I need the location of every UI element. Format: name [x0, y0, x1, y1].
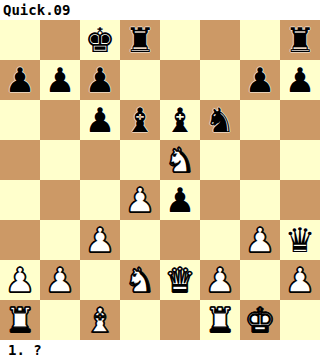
square-b4[interactable] [40, 180, 80, 220]
square-d1[interactable] [120, 300, 160, 340]
square-e3[interactable] [160, 220, 200, 260]
square-e8[interactable] [160, 20, 200, 60]
square-e7[interactable] [160, 60, 200, 100]
square-c6[interactable]: ♟ [80, 100, 120, 140]
piece-white-queen: ♛ [165, 260, 195, 300]
piece-black-rook: ♜ [125, 20, 155, 60]
piece-white-pawn: ♟ [125, 180, 155, 220]
square-a8[interactable] [0, 20, 40, 60]
square-d5[interactable] [120, 140, 160, 180]
square-c4[interactable] [80, 180, 120, 220]
square-h2[interactable]: ♟ [280, 260, 320, 300]
square-g6[interactable] [240, 100, 280, 140]
square-g2[interactable] [240, 260, 280, 300]
square-c8[interactable]: ♚ [80, 20, 120, 60]
piece-white-bishop: ♝ [85, 300, 115, 340]
square-a5[interactable] [0, 140, 40, 180]
square-d3[interactable] [120, 220, 160, 260]
square-g7[interactable]: ♟ [240, 60, 280, 100]
square-f8[interactable] [200, 20, 240, 60]
square-b1[interactable] [40, 300, 80, 340]
square-d8[interactable]: ♜ [120, 20, 160, 60]
piece-white-pawn: ♟ [85, 220, 115, 260]
square-f1[interactable]: ♜ [200, 300, 240, 340]
piece-black-rook: ♜ [285, 20, 315, 60]
square-g8[interactable] [240, 20, 280, 60]
piece-white-knight: ♞ [165, 140, 195, 180]
piece-white-pawn: ♟ [45, 260, 75, 300]
piece-white-pawn: ♟ [205, 260, 235, 300]
piece-black-pawn: ♟ [85, 100, 115, 140]
piece-black-pawn: ♟ [5, 60, 35, 100]
puzzle-title: Quick.09 [0, 0, 320, 20]
square-h6[interactable] [280, 100, 320, 140]
square-f2[interactable]: ♟ [200, 260, 240, 300]
piece-black-knight: ♞ [205, 100, 235, 140]
piece-black-pawn: ♟ [285, 60, 315, 100]
piece-white-pawn: ♟ [245, 220, 275, 260]
piece-white-knight: ♞ [125, 260, 155, 300]
square-g1[interactable]: ♚ [240, 300, 280, 340]
square-h3[interactable]: ♛ [280, 220, 320, 260]
piece-white-pawn: ♟ [285, 260, 315, 300]
square-c1[interactable]: ♝ [80, 300, 120, 340]
piece-white-rook: ♜ [205, 300, 235, 340]
square-d4[interactable]: ♟ [120, 180, 160, 220]
square-a4[interactable] [0, 180, 40, 220]
square-f7[interactable] [200, 60, 240, 100]
square-b6[interactable] [40, 100, 80, 140]
square-b2[interactable]: ♟ [40, 260, 80, 300]
square-d2[interactable]: ♞ [120, 260, 160, 300]
square-h1[interactable] [280, 300, 320, 340]
chess-app-window: Quick.09 ♚♜♜♟♟♟♟♟♟♝♝♞♞♟♟♟♟♛♟♟♞♛♟♟♜♝♜♚ 1.… [0, 0, 320, 360]
square-a7[interactable]: ♟ [0, 60, 40, 100]
piece-black-king: ♚ [85, 20, 115, 60]
square-b3[interactable] [40, 220, 80, 260]
piece-black-queen: ♛ [285, 220, 315, 260]
square-f6[interactable]: ♞ [200, 100, 240, 140]
square-f3[interactable] [200, 220, 240, 260]
square-a1[interactable]: ♜ [0, 300, 40, 340]
square-a3[interactable] [0, 220, 40, 260]
square-e1[interactable] [160, 300, 200, 340]
chess-board: ♚♜♜♟♟♟♟♟♟♝♝♞♞♟♟♟♟♛♟♟♞♛♟♟♜♝♜♚ [0, 20, 320, 340]
square-d6[interactable]: ♝ [120, 100, 160, 140]
move-prompt: 1. ? [0, 340, 320, 360]
square-e5[interactable]: ♞ [160, 140, 200, 180]
square-h7[interactable]: ♟ [280, 60, 320, 100]
square-c5[interactable] [80, 140, 120, 180]
square-h5[interactable] [280, 140, 320, 180]
piece-black-pawn: ♟ [245, 60, 275, 100]
square-f5[interactable] [200, 140, 240, 180]
square-e6[interactable]: ♝ [160, 100, 200, 140]
square-c3[interactable]: ♟ [80, 220, 120, 260]
piece-white-king: ♚ [245, 300, 275, 340]
square-h4[interactable] [280, 180, 320, 220]
piece-white-rook: ♜ [5, 300, 35, 340]
square-b7[interactable]: ♟ [40, 60, 80, 100]
piece-black-pawn: ♟ [165, 180, 195, 220]
square-g4[interactable] [240, 180, 280, 220]
square-a6[interactable] [0, 100, 40, 140]
piece-black-pawn: ♟ [45, 60, 75, 100]
square-b5[interactable] [40, 140, 80, 180]
square-d7[interactable] [120, 60, 160, 100]
square-c7[interactable]: ♟ [80, 60, 120, 100]
piece-black-bishop: ♝ [165, 100, 195, 140]
square-a2[interactable]: ♟ [0, 260, 40, 300]
square-c2[interactable] [80, 260, 120, 300]
square-g3[interactable]: ♟ [240, 220, 280, 260]
square-f4[interactable] [200, 180, 240, 220]
square-e4[interactable]: ♟ [160, 180, 200, 220]
piece-white-pawn: ♟ [5, 260, 35, 300]
square-h8[interactable]: ♜ [280, 20, 320, 60]
square-g5[interactable] [240, 140, 280, 180]
square-b8[interactable] [40, 20, 80, 60]
square-e2[interactable]: ♛ [160, 260, 200, 300]
piece-black-pawn: ♟ [85, 60, 115, 100]
piece-black-bishop: ♝ [125, 100, 155, 140]
